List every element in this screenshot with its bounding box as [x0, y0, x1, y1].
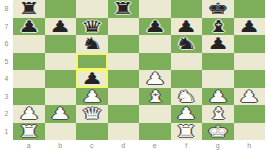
square-c5[interactable] — [76, 53, 108, 71]
square-h2[interactable] — [234, 105, 266, 123]
square-e6[interactable] — [139, 35, 171, 53]
piece-white-pawn[interactable]: ♟ — [49, 105, 71, 122]
piece-white-pawn[interactable]: ♟ — [207, 88, 229, 105]
chess-board-widget: 87654321 ♜♜♚♟♟♛♟♟♝♟♞♞♟♟♟♟♝♞♟♟♟♟♛♟♝♜♜♚ ab… — [0, 0, 266, 150]
square-h4[interactable] — [234, 70, 266, 88]
piece-black-rook[interactable]: ♜ — [112, 0, 134, 17]
piece-white-rook[interactable]: ♜ — [175, 123, 197, 140]
square-c2[interactable]: ♛ — [76, 105, 108, 123]
square-g7[interactable]: ♝ — [202, 18, 234, 36]
square-a4[interactable] — [13, 70, 45, 88]
rank-labels: 87654321 — [0, 0, 13, 140]
square-b5[interactable] — [45, 53, 77, 71]
chess-board[interactable]: ♜♜♚♟♟♛♟♟♝♟♞♞♟♟♟♟♝♞♟♟♟♟♛♟♝♜♜♚ — [13, 0, 265, 140]
rank-label-7: 7 — [0, 18, 13, 36]
square-d6[interactable] — [108, 35, 140, 53]
square-f5[interactable] — [171, 53, 203, 71]
rank-label-5: 5 — [0, 53, 13, 71]
file-labels: abcdefgh — [13, 140, 265, 150]
square-f1[interactable]: ♜ — [171, 123, 203, 141]
square-d7[interactable] — [108, 18, 140, 36]
square-a6[interactable] — [13, 35, 45, 53]
square-c8[interactable] — [76, 0, 108, 18]
square-c3[interactable]: ♟ — [76, 88, 108, 106]
rank-label-3: 3 — [0, 88, 13, 106]
file-label-c: c — [76, 140, 108, 150]
square-a8[interactable]: ♜ — [13, 0, 45, 18]
square-d1[interactable] — [108, 123, 140, 141]
square-d8[interactable]: ♜ — [108, 0, 140, 18]
square-h1[interactable] — [234, 123, 266, 141]
square-g5[interactable] — [202, 53, 234, 71]
file-label-e: e — [139, 140, 171, 150]
square-c6[interactable]: ♞ — [76, 35, 108, 53]
square-c4[interactable]: ♟ — [76, 70, 108, 88]
square-b3[interactable] — [45, 88, 77, 106]
square-g2[interactable]: ♝ — [202, 105, 234, 123]
square-b7[interactable]: ♟ — [45, 18, 77, 36]
piece-black-pawn[interactable]: ♟ — [175, 18, 197, 35]
square-f4[interactable] — [171, 70, 203, 88]
piece-white-rook[interactable]: ♜ — [18, 123, 40, 140]
square-d3[interactable] — [108, 88, 140, 106]
file-label-g: g — [202, 140, 234, 150]
piece-white-pawn[interactable]: ♟ — [144, 70, 166, 87]
piece-black-pawn[interactable]: ♟ — [144, 18, 166, 35]
square-f3[interactable]: ♞ — [171, 88, 203, 106]
piece-black-pawn[interactable]: ♟ — [49, 18, 71, 35]
square-e3[interactable]: ♝ — [139, 88, 171, 106]
file-label-b: b — [45, 140, 77, 150]
piece-white-pawn[interactable]: ♟ — [81, 88, 103, 105]
square-b1[interactable] — [45, 123, 77, 141]
square-e4[interactable]: ♟ — [139, 70, 171, 88]
square-e5[interactable] — [139, 53, 171, 71]
square-g8[interactable]: ♚ — [202, 0, 234, 18]
piece-black-pawn[interactable]: ♟ — [81, 70, 103, 87]
square-h6[interactable] — [234, 35, 266, 53]
square-h7[interactable]: ♟ — [234, 18, 266, 36]
square-d2[interactable] — [108, 105, 140, 123]
piece-black-pawn[interactable]: ♟ — [18, 18, 40, 35]
square-a3[interactable] — [13, 88, 45, 106]
file-label-d: d — [108, 140, 140, 150]
piece-white-pawn[interactable]: ♟ — [18, 105, 40, 122]
piece-white-pawn[interactable]: ♟ — [175, 105, 197, 122]
square-g4[interactable] — [202, 70, 234, 88]
square-f6[interactable]: ♞ — [171, 35, 203, 53]
square-e1[interactable] — [139, 123, 171, 141]
square-c1[interactable] — [76, 123, 108, 141]
piece-black-pawn[interactable]: ♟ — [207, 35, 229, 52]
piece-black-queen[interactable]: ♛ — [81, 18, 103, 35]
piece-black-pawn[interactable]: ♟ — [238, 18, 260, 35]
square-e2[interactable] — [139, 105, 171, 123]
square-g6[interactable]: ♟ — [202, 35, 234, 53]
piece-white-queen[interactable]: ♛ — [81, 105, 103, 122]
square-e7[interactable]: ♟ — [139, 18, 171, 36]
file-label-a: a — [13, 140, 45, 150]
square-h5[interactable] — [234, 53, 266, 71]
square-a1[interactable]: ♜ — [13, 123, 45, 141]
square-b8[interactable] — [45, 0, 77, 18]
piece-white-knight[interactable]: ♞ — [175, 88, 197, 105]
piece-black-king[interactable]: ♚ — [207, 0, 229, 17]
piece-black-knight[interactable]: ♞ — [175, 35, 197, 52]
square-h3[interactable]: ♟ — [234, 88, 266, 106]
piece-black-knight[interactable]: ♞ — [81, 35, 103, 52]
square-b6[interactable] — [45, 35, 77, 53]
square-b2[interactable]: ♟ — [45, 105, 77, 123]
piece-black-bishop[interactable]: ♝ — [207, 18, 229, 35]
square-d5[interactable] — [108, 53, 140, 71]
piece-black-rook[interactable]: ♜ — [18, 0, 40, 17]
square-f8[interactable] — [171, 0, 203, 18]
piece-white-king[interactable]: ♚ — [207, 123, 229, 140]
rank-label-8: 8 — [0, 0, 13, 18]
square-g1[interactable]: ♚ — [202, 123, 234, 141]
piece-white-bishop[interactable]: ♝ — [144, 88, 166, 105]
square-b4[interactable] — [45, 70, 77, 88]
file-label-h: h — [234, 140, 266, 150]
square-d4[interactable] — [108, 70, 140, 88]
rank-label-2: 2 — [0, 105, 13, 123]
square-h8[interactable] — [234, 0, 266, 18]
square-a2[interactable]: ♟ — [13, 105, 45, 123]
rank-label-6: 6 — [0, 35, 13, 53]
piece-white-pawn[interactable]: ♟ — [238, 88, 260, 105]
square-f7[interactable]: ♟ — [171, 18, 203, 36]
square-c7[interactable]: ♛ — [76, 18, 108, 36]
rank-label-1: 1 — [0, 123, 13, 141]
rank-label-4: 4 — [0, 70, 13, 88]
square-g3[interactable]: ♟ — [202, 88, 234, 106]
square-a7[interactable]: ♟ — [13, 18, 45, 36]
square-f2[interactable]: ♟ — [171, 105, 203, 123]
square-a5[interactable] — [13, 53, 45, 71]
piece-white-bishop[interactable]: ♝ — [207, 105, 229, 122]
file-label-f: f — [171, 140, 203, 150]
square-e8[interactable] — [139, 0, 171, 18]
